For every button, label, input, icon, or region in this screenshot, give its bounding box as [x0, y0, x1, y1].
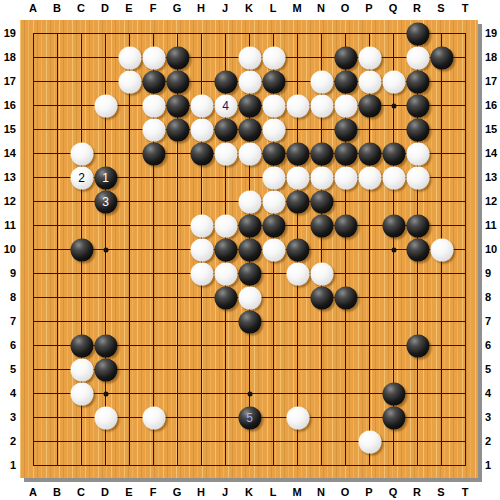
stone-L14 — [262, 142, 285, 165]
stone-Q17 — [382, 70, 405, 93]
stone-H11 — [190, 214, 213, 237]
row-label-13: 13 — [0, 165, 18, 189]
col-label-P: P — [357, 1, 381, 16]
row-label-7: 7 — [0, 309, 18, 333]
row-label-2: 2 — [483, 429, 500, 453]
stone-H15 — [190, 118, 213, 141]
stone-O18 — [334, 46, 357, 69]
stone-R11 — [406, 214, 429, 237]
row-label-15: 15 — [0, 117, 18, 141]
row-label-3: 3 — [483, 405, 500, 429]
row-label-14: 14 — [0, 141, 18, 165]
col-label-A: A — [21, 1, 45, 16]
col-label-O: O — [333, 485, 357, 500]
stone-C5 — [70, 358, 93, 381]
stone-C4 — [70, 382, 93, 405]
column-labels-top: ABCDEFGHJKLMNOPQRST — [21, 1, 477, 16]
stone-K11 — [238, 214, 261, 237]
stone-K10 — [238, 238, 261, 261]
stone-M10 — [286, 238, 309, 261]
col-label-D: D — [93, 1, 117, 16]
stone-K12 — [238, 190, 261, 213]
stone-L16 — [262, 94, 285, 117]
stone-P2 — [358, 430, 381, 453]
row-label-1: 1 — [483, 453, 500, 477]
stone-N13 — [310, 166, 333, 189]
col-label-Q: Q — [381, 485, 405, 500]
stone-K14 — [238, 142, 261, 165]
stone-O16 — [334, 94, 357, 117]
row-label-12: 12 — [0, 189, 18, 213]
stone-E17 — [118, 70, 141, 93]
stone-Q14 — [382, 142, 405, 165]
col-label-R: R — [405, 485, 429, 500]
stone-O17 — [334, 70, 357, 93]
row-label-18: 18 — [483, 45, 500, 69]
col-label-Q: Q — [381, 1, 405, 16]
stone-L13 — [262, 166, 285, 189]
stone-F14 — [142, 142, 165, 165]
col-label-B: B — [45, 1, 69, 16]
stone-L10 — [262, 238, 285, 261]
stone-N8 — [310, 286, 333, 309]
stone-D16 — [94, 94, 117, 117]
stone-F18 — [142, 46, 165, 69]
col-label-C: C — [69, 1, 93, 16]
stone-L18 — [262, 46, 285, 69]
stone-G17 — [166, 70, 189, 93]
col-label-J: J — [213, 1, 237, 16]
row-label-6: 6 — [483, 333, 500, 357]
row-label-8: 8 — [0, 285, 18, 309]
col-label-G: G — [165, 1, 189, 16]
stone-N12 — [310, 190, 333, 213]
row-label-15: 15 — [483, 117, 500, 141]
stone-K7 — [238, 310, 261, 333]
row-label-10: 10 — [0, 237, 18, 261]
col-label-G: G — [165, 485, 189, 500]
move-number-3: 3 — [94, 190, 117, 213]
row-label-2: 2 — [0, 429, 18, 453]
col-label-O: O — [333, 1, 357, 16]
stone-D6 — [94, 334, 117, 357]
row-label-3: 3 — [0, 405, 18, 429]
stone-J10 — [214, 238, 237, 261]
row-label-9: 9 — [0, 261, 18, 285]
row-label-7: 7 — [483, 309, 500, 333]
row-label-4: 4 — [483, 381, 500, 405]
col-label-R: R — [405, 1, 429, 16]
col-label-P: P — [357, 485, 381, 500]
stone-O11 — [334, 214, 357, 237]
stone-D13: 1 — [94, 166, 117, 189]
star-point-Q16 — [391, 103, 396, 108]
stone-R16 — [406, 94, 429, 117]
stone-S10 — [430, 238, 453, 261]
stone-N17 — [310, 70, 333, 93]
star-point-K4 — [247, 391, 252, 396]
stone-F17 — [142, 70, 165, 93]
stone-J17 — [214, 70, 237, 93]
stone-O15 — [334, 118, 357, 141]
stone-N14 — [310, 142, 333, 165]
col-label-T: T — [453, 485, 477, 500]
star-point-D10 — [103, 247, 108, 252]
stone-F15 — [142, 118, 165, 141]
stone-C6 — [70, 334, 93, 357]
row-label-12: 12 — [483, 189, 500, 213]
stone-Q11 — [382, 214, 405, 237]
stone-L17 — [262, 70, 285, 93]
row-labels-right: 19181716151413121110987654321 — [483, 21, 500, 477]
go-board-page: ABCDEFGHJKLMNOPQRST 19181716151413121110… — [0, 0, 500, 500]
stone-P16 — [358, 94, 381, 117]
stone-C10 — [70, 238, 93, 261]
stone-P13 — [358, 166, 381, 189]
stone-H10 — [190, 238, 213, 261]
stone-G18 — [166, 46, 189, 69]
stone-Q3 — [382, 406, 405, 429]
column-labels-bottom: ABCDEFGHJKLMNOPQRST — [21, 485, 477, 500]
stone-K17 — [238, 70, 261, 93]
col-label-F: F — [141, 485, 165, 500]
col-label-N: N — [309, 1, 333, 16]
col-label-H: H — [189, 1, 213, 16]
stone-K15 — [238, 118, 261, 141]
row-label-18: 18 — [0, 45, 18, 69]
move-number-2: 2 — [70, 166, 93, 189]
stone-M14 — [286, 142, 309, 165]
stone-Q4 — [382, 382, 405, 405]
row-label-16: 16 — [483, 93, 500, 117]
stone-K16 — [238, 94, 261, 117]
row-labels-left: 19181716151413121110987654321 — [0, 21, 18, 477]
row-label-9: 9 — [483, 261, 500, 285]
col-label-C: C — [69, 485, 93, 500]
row-label-1: 1 — [0, 453, 18, 477]
star-point-D4 — [103, 391, 108, 396]
row-label-19: 19 — [0, 21, 18, 45]
stone-J15 — [214, 118, 237, 141]
stone-D3 — [94, 406, 117, 429]
row-label-19: 19 — [483, 21, 500, 45]
stone-M13 — [286, 166, 309, 189]
move-number-5: 5 — [238, 406, 261, 429]
col-label-S: S — [429, 1, 453, 16]
row-label-14: 14 — [483, 141, 500, 165]
stone-O8 — [334, 286, 357, 309]
stone-N9 — [310, 262, 333, 285]
stone-S18 — [430, 46, 453, 69]
row-label-11: 11 — [0, 213, 18, 237]
stone-M12 — [286, 190, 309, 213]
stone-M9 — [286, 262, 309, 285]
row-label-5: 5 — [0, 357, 18, 381]
move-number-4: 4 — [214, 94, 237, 117]
col-label-B: B — [45, 485, 69, 500]
stone-R19 — [406, 22, 429, 45]
stone-E18 — [118, 46, 141, 69]
row-label-17: 17 — [0, 69, 18, 93]
row-label-8: 8 — [483, 285, 500, 309]
row-label-5: 5 — [483, 357, 500, 381]
stone-O14 — [334, 142, 357, 165]
stone-H16 — [190, 94, 213, 117]
stone-H14 — [190, 142, 213, 165]
star-point-Q10 — [391, 247, 396, 252]
board-lattice[interactable]: 42135 — [33, 33, 466, 466]
col-label-L: L — [261, 485, 285, 500]
stone-R6 — [406, 334, 429, 357]
row-label-6: 6 — [0, 333, 18, 357]
stone-O13 — [334, 166, 357, 189]
col-label-D: D — [93, 485, 117, 500]
stone-G16 — [166, 94, 189, 117]
stone-Q13 — [382, 166, 405, 189]
col-label-T: T — [453, 1, 477, 16]
stone-K8 — [238, 286, 261, 309]
stone-N11 — [310, 214, 333, 237]
stone-F16 — [142, 94, 165, 117]
row-label-11: 11 — [483, 213, 500, 237]
stone-L15 — [262, 118, 285, 141]
stone-G15 — [166, 118, 189, 141]
stone-J11 — [214, 214, 237, 237]
row-label-16: 16 — [0, 93, 18, 117]
row-label-17: 17 — [483, 69, 500, 93]
col-label-F: F — [141, 1, 165, 16]
stone-R15 — [406, 118, 429, 141]
stone-J9 — [214, 262, 237, 285]
stone-J16: 4 — [214, 94, 237, 117]
stone-H9 — [190, 262, 213, 285]
stone-K9 — [238, 262, 261, 285]
stone-L11 — [262, 214, 285, 237]
move-number-1: 1 — [94, 166, 117, 189]
col-label-K: K — [237, 1, 261, 16]
stone-P17 — [358, 70, 381, 93]
col-label-K: K — [237, 485, 261, 500]
go-board: 42135 — [20, 20, 478, 478]
stone-D5 — [94, 358, 117, 381]
stone-K18 — [238, 46, 261, 69]
stone-K3: 5 — [238, 406, 261, 429]
col-label-N: N — [309, 485, 333, 500]
col-label-M: M — [285, 485, 309, 500]
stone-R14 — [406, 142, 429, 165]
col-label-J: J — [213, 485, 237, 500]
col-label-S: S — [429, 485, 453, 500]
col-label-H: H — [189, 485, 213, 500]
stone-L12 — [262, 190, 285, 213]
stone-P14 — [358, 142, 381, 165]
stone-C14 — [70, 142, 93, 165]
stone-R13 — [406, 166, 429, 189]
stone-R18 — [406, 46, 429, 69]
stone-J8 — [214, 286, 237, 309]
row-label-4: 4 — [0, 381, 18, 405]
stone-C13: 2 — [70, 166, 93, 189]
stone-D12: 3 — [94, 190, 117, 213]
stone-F3 — [142, 406, 165, 429]
stone-R17 — [406, 70, 429, 93]
stone-M3 — [286, 406, 309, 429]
stone-P18 — [358, 46, 381, 69]
stone-J14 — [214, 142, 237, 165]
row-label-10: 10 — [483, 237, 500, 261]
stone-M16 — [286, 94, 309, 117]
row-label-13: 13 — [483, 165, 500, 189]
stone-R10 — [406, 238, 429, 261]
col-label-E: E — [117, 1, 141, 16]
col-label-A: A — [21, 485, 45, 500]
col-label-L: L — [261, 1, 285, 16]
stone-N16 — [310, 94, 333, 117]
col-label-E: E — [117, 485, 141, 500]
col-label-M: M — [285, 1, 309, 16]
